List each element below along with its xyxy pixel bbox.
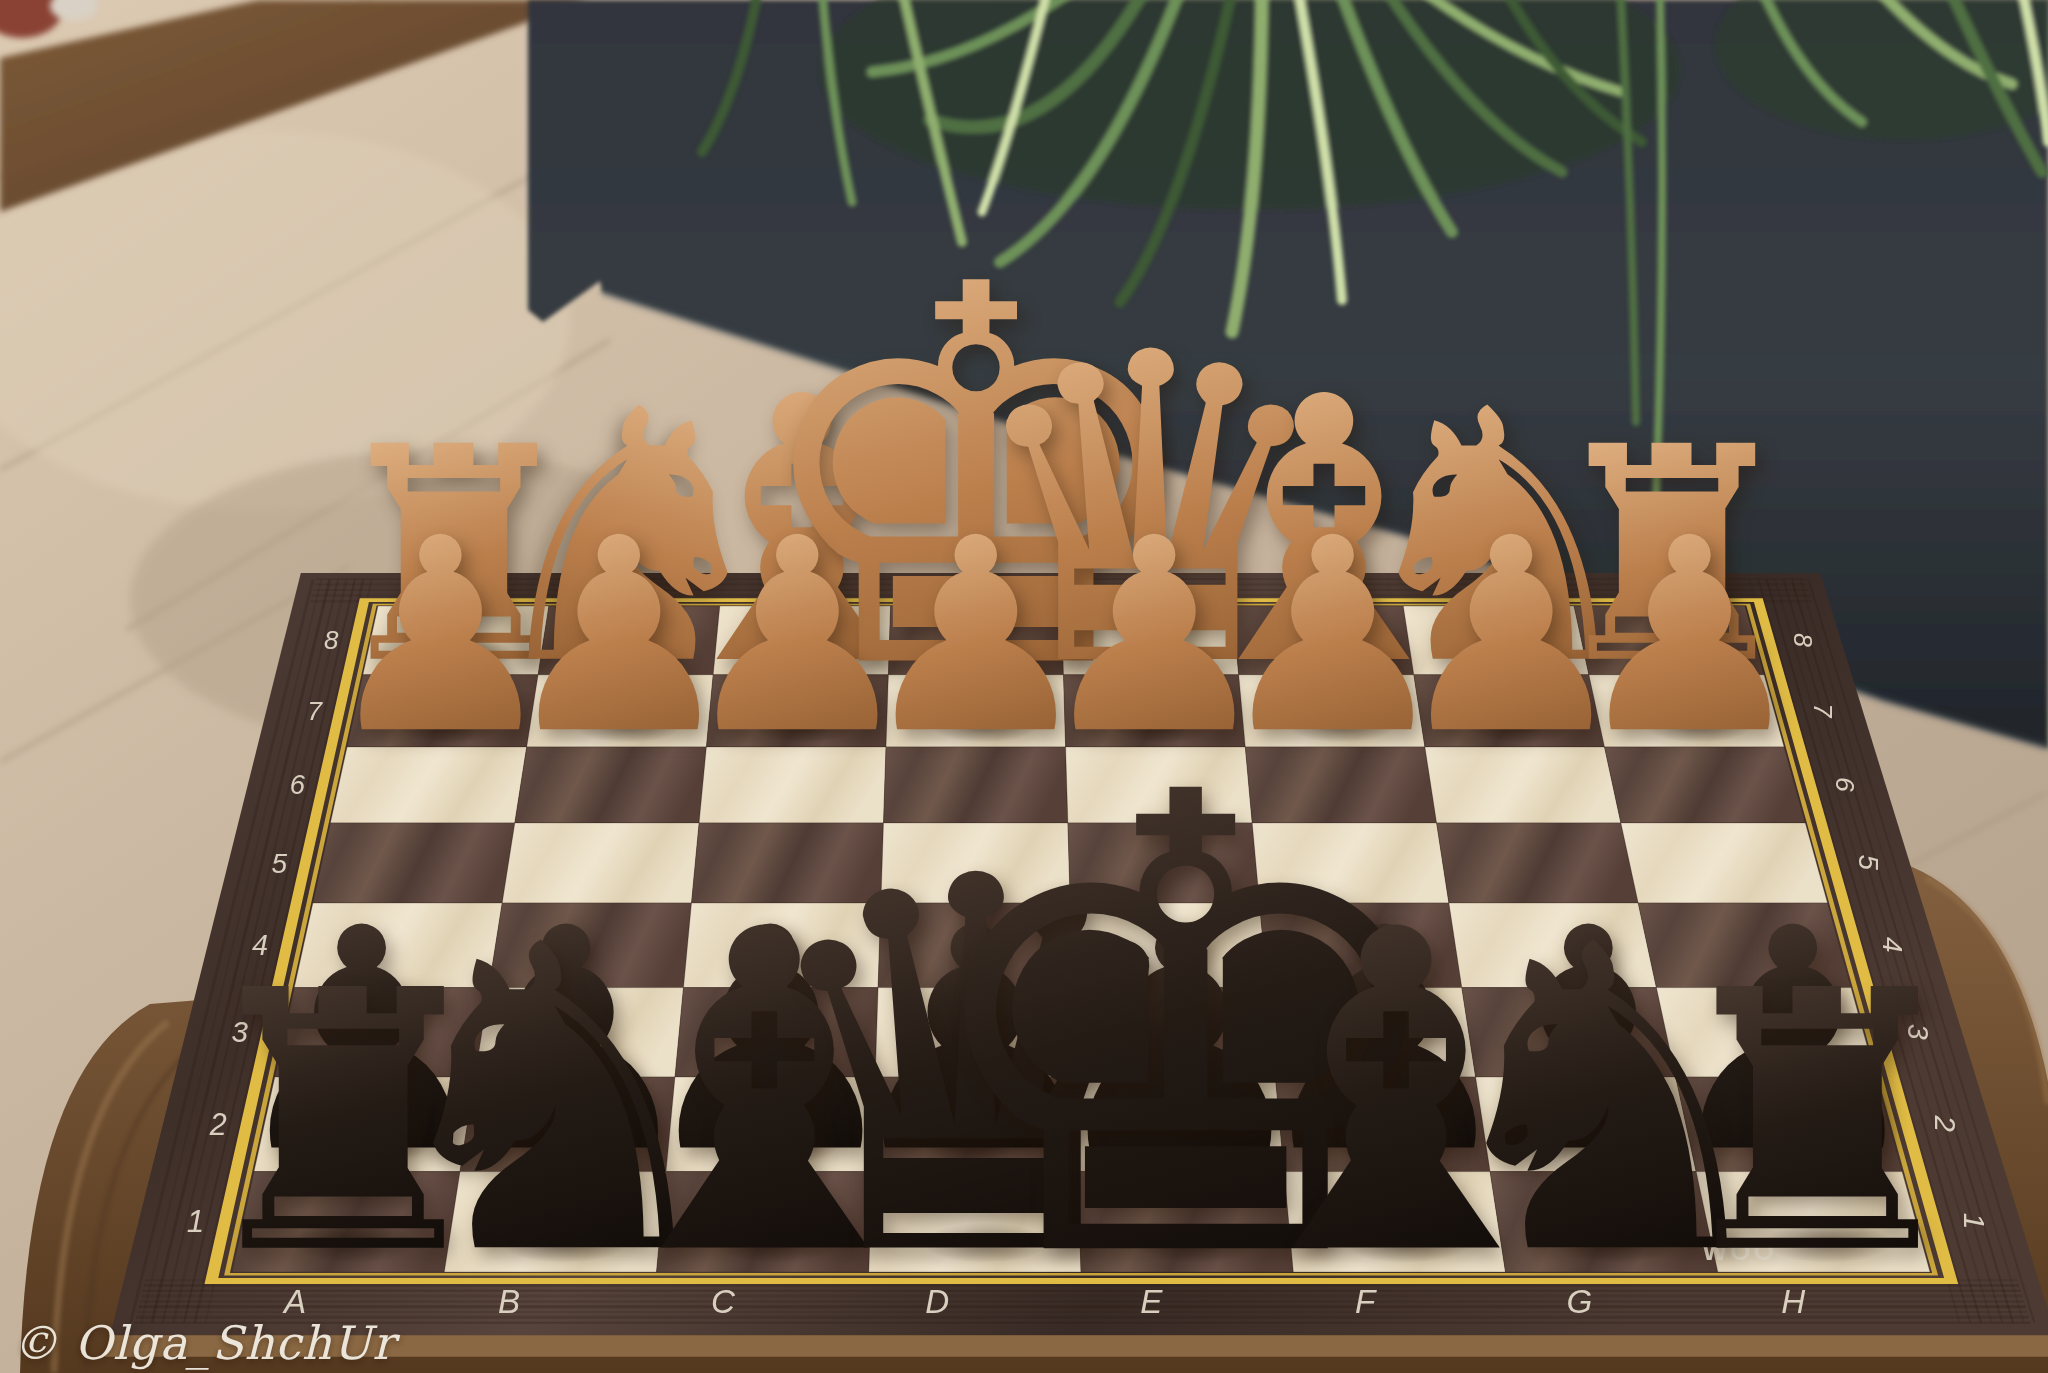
square-e7 — [1064, 675, 1246, 747]
file-label-h: H — [1781, 1283, 1805, 1320]
rank-label-right-2: 2 — [1929, 1114, 1962, 1131]
square-a6 — [330, 747, 526, 823]
square-g3 — [1462, 988, 1676, 1077]
square-g8 — [1403, 606, 1589, 675]
file-label-c: C — [711, 1283, 736, 1320]
rank-label-right-4: 4 — [1877, 937, 1908, 952]
square-e6 — [1066, 747, 1253, 823]
rank-label-left-5: 5 — [271, 848, 287, 879]
square-e1 — [1078, 1172, 1293, 1272]
square-a1 — [232, 1172, 460, 1272]
file-label-b: B — [498, 1283, 520, 1320]
square-g2 — [1476, 1077, 1697, 1172]
square-h6 — [1605, 747, 1806, 823]
rank-label-left-6: 6 — [290, 769, 306, 800]
square-f3 — [1267, 988, 1475, 1077]
rank-label-left-3: 3 — [231, 1015, 248, 1048]
rank-label-right-3: 3 — [1902, 1024, 1934, 1040]
square-f8 — [1232, 606, 1413, 675]
square-e3 — [1073, 988, 1276, 1077]
square-e5 — [1068, 823, 1260, 903]
square-d8 — [888, 606, 1063, 675]
square-b4 — [489, 903, 692, 988]
square-d3 — [875, 988, 1075, 1077]
square-f6 — [1245, 747, 1436, 823]
square-e8 — [1062, 606, 1239, 675]
rank-label-right-1: 1 — [1958, 1213, 1991, 1230]
square-b6 — [515, 747, 707, 823]
rank-label-left-8: 8 — [324, 626, 339, 654]
square-a3 — [275, 988, 489, 1077]
square-a7 — [347, 675, 538, 747]
file-label-d: D — [925, 1283, 949, 1320]
square-c2 — [666, 1077, 875, 1172]
square-b3 — [475, 988, 684, 1077]
watermark: © Olga_ShchUr — [12, 1316, 395, 1370]
square-f4 — [1260, 903, 1462, 988]
square-e2 — [1075, 1077, 1284, 1172]
rank-label-right-5: 5 — [1853, 855, 1884, 871]
square-b8 — [538, 606, 720, 675]
square-d2 — [872, 1077, 1078, 1172]
square-d4 — [878, 903, 1073, 988]
photo-scene: ABCDEFGH8765432187654321 ♜♞♝♚♛♝♞♜♟♟♟♟♟♟♟… — [0, 0, 2048, 1373]
square-g4 — [1449, 903, 1657, 988]
square-h4 — [1638, 903, 1851, 988]
square-f5 — [1252, 823, 1449, 903]
square-h8 — [1574, 606, 1764, 675]
rank-label-left-4: 4 — [252, 929, 268, 961]
file-label-g: G — [1566, 1283, 1592, 1320]
square-g1 — [1490, 1172, 1718, 1272]
square-c1 — [657, 1172, 873, 1272]
square-h2 — [1676, 1077, 1902, 1172]
square-c5 — [692, 823, 884, 903]
square-b1 — [444, 1172, 666, 1272]
file-label-a: A — [282, 1283, 306, 1320]
square-c7 — [706, 675, 888, 747]
square-g6 — [1425, 747, 1621, 823]
square-a4 — [294, 903, 502, 988]
file-label-f: F — [1355, 1283, 1377, 1320]
rank-label-right-8: 8 — [1789, 633, 1817, 647]
square-d5 — [881, 823, 1070, 903]
board-side-edge — [105, 1335, 2048, 1357]
square-a2 — [254, 1077, 475, 1172]
square-c6 — [699, 747, 886, 823]
rank-label-right-7: 7 — [1809, 703, 1837, 719]
square-f7 — [1239, 675, 1425, 747]
rank-label-left-7: 7 — [307, 696, 323, 726]
square-f1 — [1284, 1172, 1505, 1272]
rank-label-left-2: 2 — [209, 1107, 227, 1141]
rank-label-right-6: 6 — [1830, 777, 1860, 792]
square-d7 — [886, 675, 1066, 747]
square-c4 — [684, 903, 881, 988]
square-f2 — [1275, 1077, 1490, 1172]
square-b2 — [460, 1077, 675, 1172]
square-a5 — [313, 823, 515, 903]
square-d6 — [884, 747, 1068, 823]
square-a8 — [363, 606, 549, 675]
square-d1 — [869, 1172, 1081, 1272]
square-g5 — [1437, 823, 1639, 903]
square-h3 — [1656, 988, 1875, 1077]
square-e4 — [1070, 903, 1267, 988]
square-h7 — [1589, 675, 1784, 747]
board-brand-text: WOO — [1702, 1236, 1777, 1267]
file-label-e: E — [1140, 1283, 1163, 1320]
square-c8 — [713, 606, 890, 675]
rank-label-left-1: 1 — [187, 1204, 204, 1239]
square-g7 — [1414, 675, 1605, 747]
square-b7 — [527, 675, 714, 747]
square-c3 — [675, 988, 878, 1077]
square-h5 — [1621, 823, 1828, 903]
chessboard: ABCDEFGH8765432187654321 — [0, 0, 2048, 1373]
square-b5 — [502, 823, 699, 903]
